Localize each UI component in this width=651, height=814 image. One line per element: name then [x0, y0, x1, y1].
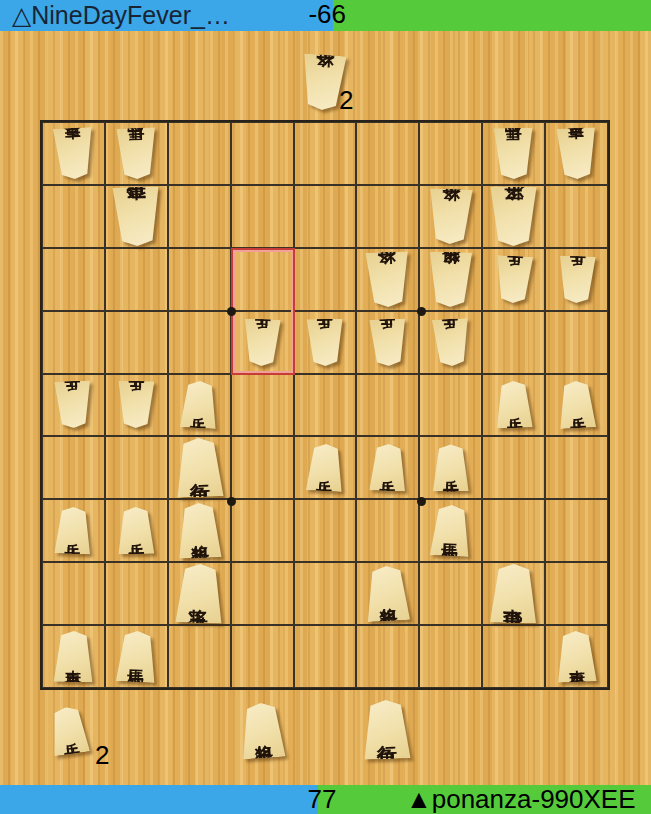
gote-piece: 桂馬: [116, 128, 157, 179]
star-point: [227, 497, 236, 506]
piece-label: 歩兵: [254, 340, 270, 344]
cell-3a[interactable]: [419, 122, 482, 185]
piece-label: 銀将: [442, 278, 460, 281]
piece-label: 歩兵: [506, 403, 522, 407]
piece-label: 香車: [65, 655, 82, 658]
cell-2b[interactable]: 王将: [482, 185, 545, 248]
piece-label: 歩兵: [128, 529, 144, 532]
piece-label: 桂馬: [128, 655, 145, 659]
cell-2i[interactable]: [482, 625, 545, 688]
cell-1b[interactable]: [545, 185, 608, 248]
cell-8a[interactable]: 桂馬: [105, 122, 168, 185]
gote-piece: 歩兵: [54, 381, 92, 428]
sente-piece: 歩兵: [117, 507, 155, 554]
sente-piece: 飛車: [489, 564, 538, 623]
sente-hand-piece-silver[interactable]: 銀将: [240, 703, 285, 758]
sente-piece: 歩兵: [180, 381, 218, 428]
cell-3e[interactable]: [419, 374, 482, 437]
piece-label: 歩兵: [380, 466, 396, 470]
cell-8h[interactable]: [105, 562, 168, 625]
sente-piece: 桂馬: [430, 505, 471, 556]
piece-label: 香車: [65, 151, 82, 155]
cell-1h[interactable]: [545, 562, 608, 625]
cell-5i[interactable]: [294, 625, 357, 688]
bishop-piece-label: 角行: [376, 728, 396, 732]
cell-9a[interactable]: 香車: [42, 122, 105, 185]
cell-4i[interactable]: [356, 625, 419, 688]
cell-5c[interactable]: [294, 248, 357, 311]
piece-label: 歩兵: [506, 277, 522, 281]
cell-9f[interactable]: [42, 436, 105, 499]
gote-piece: 歩兵: [117, 381, 155, 428]
gold-piece-label: 金将: [314, 80, 332, 84]
cell-8i[interactable]: 桂馬: [105, 625, 168, 688]
cell-7i[interactable]: [168, 625, 231, 688]
cell-7c[interactable]: [168, 248, 231, 311]
cell-8e[interactable]: 歩兵: [105, 374, 168, 437]
sente-piece: 角行: [175, 438, 224, 497]
cell-3d[interactable]: 歩兵: [419, 311, 482, 374]
sente-piece: 歩兵: [369, 444, 407, 491]
piece-label: 銀将: [190, 529, 208, 533]
shogi-app: △NineDayFever_… -66 金将 2 香車桂馬桂馬香車飛車金将王将金…: [0, 0, 651, 814]
cell-4g[interactable]: [356, 499, 419, 562]
cell-7d[interactable]: [168, 311, 231, 374]
piece-label: 玉将: [189, 592, 209, 596]
cell-8b[interactable]: 飛車: [105, 185, 168, 248]
cell-2d[interactable]: [482, 311, 545, 374]
piece-label: 歩兵: [128, 403, 144, 406]
cell-1c[interactable]: 歩兵: [545, 248, 608, 311]
cell-7e[interactable]: 歩兵: [168, 374, 231, 437]
cell-5d[interactable]: 歩兵: [294, 311, 357, 374]
cell-3c[interactable]: 銀将: [419, 248, 482, 311]
cell-4a[interactable]: [356, 122, 419, 185]
piece-label: 香車: [568, 655, 585, 659]
piece-label: 歩兵: [568, 277, 584, 281]
sente-bar-blue-segment: [0, 785, 318, 814]
gote-piece: 飛車: [112, 187, 161, 246]
sente-piece: 香車: [53, 631, 94, 682]
sente-player-name: ▲ponanza-990XEE: [406, 786, 636, 813]
cell-7b[interactable]: [168, 185, 231, 248]
sente-piece: 歩兵: [54, 507, 92, 554]
piece-label: 歩兵: [65, 529, 81, 533]
cell-5f[interactable]: 歩兵: [294, 436, 357, 499]
sente-piece: 歩兵: [432, 444, 470, 491]
cell-2h[interactable]: 飛車: [482, 562, 545, 625]
piece-label: 香車: [568, 152, 585, 156]
gote-score: -66: [288, 1, 346, 28]
sente-piece: 銀将: [177, 503, 222, 558]
piece-label: 歩兵: [191, 403, 207, 407]
piece-label: 歩兵: [65, 403, 81, 407]
piece-label: 歩兵: [317, 340, 333, 343]
cell-9e[interactable]: 歩兵: [42, 374, 105, 437]
piece-label: 飛車: [126, 214, 146, 218]
cell-8c[interactable]: [105, 248, 168, 311]
cell-5a[interactable]: [294, 122, 357, 185]
gote-hand-gold-count: 2: [339, 87, 353, 113]
piece-label: 飛車: [504, 592, 524, 595]
shogi-board: 香車桂馬桂馬香車飛車金将王将金将銀将歩兵歩兵歩兵歩兵歩兵歩兵歩兵歩兵歩兵歩兵歩兵…: [40, 120, 610, 690]
sente-piece: 歩兵: [558, 381, 596, 428]
cell-7f[interactable]: 角行: [168, 436, 231, 499]
piece-label: 歩兵: [317, 466, 333, 470]
gote-bar-green-segment: [333, 0, 651, 31]
gote-piece: 歩兵: [432, 319, 470, 366]
cell-8g[interactable]: 歩兵: [105, 499, 168, 562]
gote-piece: 金将: [365, 252, 410, 307]
cell-1a[interactable]: 香車: [545, 122, 608, 185]
sente-piece: 歩兵: [495, 381, 533, 428]
cell-2f[interactable]: [482, 436, 545, 499]
sente-hand-piece-pawn[interactable]: 歩兵: [50, 707, 88, 754]
cell-9h[interactable]: [42, 562, 105, 625]
piece-label: 銀将: [379, 592, 397, 596]
cell-6g[interactable]: [231, 499, 294, 562]
cell-3f[interactable]: 歩兵: [419, 436, 482, 499]
cell-2e[interactable]: 歩兵: [482, 374, 545, 437]
gote-piece: 歩兵: [306, 319, 344, 366]
gote-piece: 歩兵: [558, 256, 596, 303]
star-point: [417, 497, 426, 506]
piece-label: 金将: [442, 214, 460, 218]
piece-label: 歩兵: [443, 340, 459, 344]
piece-label: 歩兵: [568, 403, 584, 407]
gote-piece: 銀将: [428, 252, 473, 307]
sente-player-bar: 77 ▲ponanza-990XEE: [0, 785, 651, 814]
cell-3i[interactable]: [419, 625, 482, 688]
gote-piece: 王将: [489, 187, 538, 246]
cell-1g[interactable]: [545, 499, 608, 562]
cell-5e[interactable]: [294, 374, 357, 437]
cell-5h[interactable]: [294, 562, 357, 625]
cell-9c[interactable]: [42, 248, 105, 311]
cell-9g[interactable]: 歩兵: [42, 499, 105, 562]
cell-3b[interactable]: 金将: [419, 185, 482, 248]
cell-1f[interactable]: [545, 436, 608, 499]
piece-label: 桂馬: [505, 152, 522, 155]
cell-2c[interactable]: 歩兵: [482, 248, 545, 311]
cell-4f[interactable]: 歩兵: [356, 436, 419, 499]
cell-1i[interactable]: 香車: [545, 625, 608, 688]
cell-4c[interactable]: 金将: [356, 248, 419, 311]
cell-3h[interactable]: [419, 562, 482, 625]
sente-piece: 桂馬: [116, 631, 157, 682]
gote-piece: 歩兵: [369, 319, 407, 366]
cell-5b[interactable]: [294, 185, 357, 248]
cell-9i[interactable]: 香車: [42, 625, 105, 688]
gote-piece: 金将: [428, 189, 473, 244]
gote-piece: 歩兵: [495, 256, 533, 303]
gote-player-name: △NineDayFever_…: [12, 2, 230, 28]
sente-piece: 歩兵: [306, 444, 344, 491]
piece-label: 王将: [504, 215, 524, 218]
sente-piece: 香車: [556, 631, 597, 682]
cell-2g[interactable]: [482, 499, 545, 562]
cell-8f[interactable]: [105, 436, 168, 499]
cell-4b[interactable]: [356, 185, 419, 248]
piece-label: 桂馬: [442, 529, 459, 533]
sente-score: 77: [306, 786, 338, 813]
piece-label: 金将: [379, 277, 397, 281]
piece-label: 歩兵: [380, 340, 396, 344]
cell-1d[interactable]: [545, 311, 608, 374]
cell-4e[interactable]: [356, 374, 419, 437]
cell-6a[interactable]: [231, 122, 294, 185]
piece-label: 歩兵: [443, 466, 459, 469]
cell-7h[interactable]: 玉将: [168, 562, 231, 625]
cell-6e[interactable]: [231, 374, 294, 437]
sente-piece: 玉将: [175, 564, 224, 623]
cell-9d[interactable]: [42, 311, 105, 374]
piece-label: 角行: [189, 466, 209, 470]
gote-piece: 歩兵: [243, 319, 281, 366]
piece-label: 桂馬: [128, 152, 145, 156]
cell-8d[interactable]: [105, 311, 168, 374]
cell-7a[interactable]: [168, 122, 231, 185]
cell-6h[interactable]: [231, 562, 294, 625]
gote-piece: 桂馬: [493, 128, 534, 179]
cell-6f[interactable]: [231, 436, 294, 499]
cell-1e[interactable]: 歩兵: [545, 374, 608, 437]
sente-hand-piece-bishop[interactable]: 角行: [362, 700, 411, 759]
cell-7g[interactable]: 銀将: [168, 499, 231, 562]
sente-piece: 銀将: [365, 566, 410, 621]
star-point: [417, 307, 426, 316]
pawn-piece-label: 歩兵: [61, 728, 77, 733]
sente-hand-pawn-count: 2: [95, 742, 109, 768]
gote-piece: 香車: [53, 128, 94, 179]
cell-9b[interactable]: [42, 185, 105, 248]
cell-3g[interactable]: 桂馬: [419, 499, 482, 562]
cell-4h[interactable]: 銀将: [356, 562, 419, 625]
gote-player-bar: △NineDayFever_… -66: [0, 0, 651, 31]
cell-6i[interactable]: [231, 625, 294, 688]
cell-6b[interactable]: [231, 185, 294, 248]
cell-4d[interactable]: 歩兵: [356, 311, 419, 374]
gote-piece: 香車: [556, 128, 597, 179]
cell-5g[interactable]: [294, 499, 357, 562]
cell-2a[interactable]: 桂馬: [482, 122, 545, 185]
silver-piece-label: 銀将: [253, 728, 271, 732]
star-point: [227, 307, 236, 316]
